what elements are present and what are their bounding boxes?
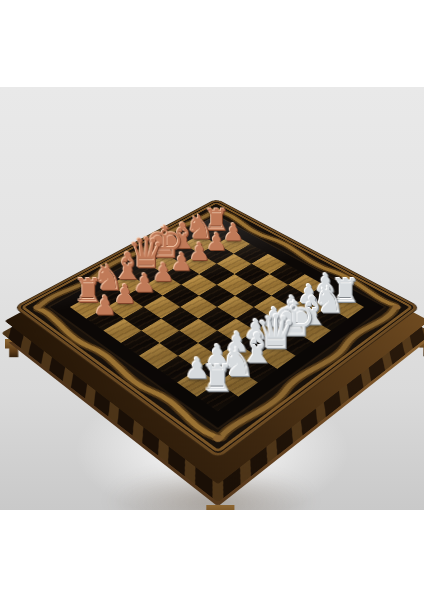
copper-pawn[interactable]: ♟ [73,292,138,318]
studio-backdrop: ♜♟♟♜♞♟♟♞♝♟♟♝♚♟♟♚♛♟♟♛♝♟♟♝♞♟♟♞♜♟♟♜ [0,87,424,510]
board-frame: ♜♟♟♜♞♟♟♞♝♟♟♝♚♟♟♚♛♟♟♛♝♟♟♝♞♟♟♞♜♟♟♜ [19,201,415,454]
chess-board-assembly: ♜♟♟♜♞♟♟♞♝♟♟♝♚♟♟♚♛♟♟♛♝♟♟♝♞♟♟♞♜♟♟♜ [5,195,424,468]
scene: ♜♟♟♜♞♟♟♞♝♟♟♝♚♟♟♚♛♟♟♛♝♟♟♝♞♟♟♞♜♟♟♜ [0,87,424,510]
silver-rook[interactable]: ♜ [182,360,254,397]
chess-board: ♜♟♟♜♞♟♟♞♝♟♟♝♚♟♟♚♛♟♟♛♝♟♟♝♞♟♟♞♜♟♟♜ [70,225,364,411]
board-foot-front [206,505,234,510]
